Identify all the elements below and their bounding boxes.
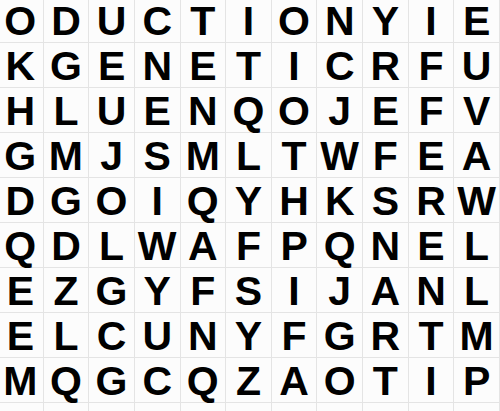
- grid-cell[interactable]: Q: [181, 178, 227, 223]
- cell-letter: C: [325, 46, 355, 87]
- grid-cell[interactable]: E: [0, 313, 44, 358]
- grid-cell[interactable]: T: [272, 133, 318, 178]
- grid-cell[interactable]: H: [0, 88, 44, 133]
- grid-cell[interactable]: D: [44, 0, 90, 43]
- grid-cell[interactable]: Y: [226, 178, 272, 223]
- grid-cell[interactable]: G: [44, 43, 90, 88]
- grid-cell[interactable]: V: [454, 88, 500, 133]
- grid-cell[interactable]: I: [409, 0, 455, 43]
- grid-cell[interactable]: W: [454, 178, 500, 223]
- cell-letter: U: [97, 1, 127, 42]
- grid-cell[interactable]: R: [363, 313, 409, 358]
- grid-cell[interactable]: O: [272, 88, 318, 133]
- grid-cell[interactable]: A: [363, 268, 409, 313]
- grid-cell[interactable]: L: [89, 223, 135, 268]
- cell-letter: S: [372, 181, 399, 222]
- word-search-board: ODUCTIONYIEKGENETICRFUHLUENQOJEFVGMJSMLT…: [0, 0, 500, 411]
- grid-cell[interactable]: F: [409, 88, 455, 133]
- cell-letter: K: [6, 46, 36, 87]
- cell-letter: F: [190, 271, 215, 312]
- grid-cell[interactable]: W: [317, 133, 363, 178]
- cell-letter: O: [96, 181, 128, 222]
- cell-letter: I: [288, 46, 299, 87]
- cell-letter: R: [371, 316, 401, 357]
- cell-letter: N: [142, 46, 172, 87]
- grid-cell[interactable]: N: [181, 88, 227, 133]
- cell-letter: E: [7, 316, 34, 357]
- cell-letter: L: [464, 271, 489, 312]
- grid-cell[interactable]: T: [181, 0, 227, 43]
- cell-letter: Q: [187, 181, 219, 222]
- cell-letter: F: [236, 226, 261, 267]
- cell-letter: D: [51, 226, 81, 267]
- cell-letter: E: [417, 226, 444, 267]
- grid-cell[interactable]: D: [0, 178, 44, 223]
- grid-cell[interactable]: A: [454, 133, 500, 178]
- cell-letter: I: [151, 181, 162, 222]
- grid-cell[interactable]: U: [89, 0, 135, 43]
- grid-cell[interactable]: L: [44, 313, 90, 358]
- cell-letter: W: [457, 181, 496, 222]
- grid-cell[interactable]: N: [135, 43, 181, 88]
- cell-letter: M: [186, 136, 220, 177]
- grid-cell[interactable]: G: [0, 133, 44, 178]
- cell-letter: Q: [4, 226, 36, 267]
- grid-cell[interactable]: P: [272, 223, 318, 268]
- grid-cell[interactable]: M: [44, 133, 90, 178]
- cell-letter: L: [236, 136, 261, 177]
- cell-letter: D: [51, 1, 81, 42]
- cell-letter: O: [4, 1, 36, 42]
- grid-cell[interactable]: A: [272, 358, 318, 403]
- cell-letter: Y: [372, 1, 399, 42]
- grid-cell[interactable]: L: [454, 223, 500, 268]
- grid-cell[interactable]: Q: [181, 358, 227, 403]
- grid-cell[interactable]: J: [89, 133, 135, 178]
- cell-letter: T: [418, 316, 443, 357]
- grid-cell[interactable]: R: [363, 43, 409, 88]
- grid-cell[interactable]: J: [317, 88, 363, 133]
- grid-cell[interactable]: L: [44, 88, 90, 133]
- grid-cell[interactable]: N: [363, 223, 409, 268]
- grid-cell[interactable]: F: [363, 133, 409, 178]
- cell-letter: G: [4, 136, 36, 177]
- cell-letter: S: [144, 136, 171, 177]
- grid-cell[interactable]: L: [454, 268, 500, 313]
- cell-letter: C: [142, 1, 172, 42]
- grid-cell[interactable]: I: [272, 268, 318, 313]
- grid-cell[interactable]: E: [363, 88, 409, 133]
- cell-letter: G: [50, 46, 82, 87]
- cell-letter: W: [320, 136, 359, 177]
- grid-cell[interactable]: K: [0, 43, 44, 88]
- grid-cell[interactable]: E: [0, 268, 44, 313]
- cell-letter: R: [371, 46, 401, 87]
- grid-cell[interactable]: O: [272, 0, 318, 43]
- grid-cell[interactable]: Y: [226, 313, 272, 358]
- grid-cell[interactable]: Q: [226, 88, 272, 133]
- grid-cell[interactable]: T: [363, 358, 409, 403]
- cell-letter: U: [142, 316, 172, 357]
- grid-cell[interactable]: W: [135, 223, 181, 268]
- cell-letter: R: [416, 181, 446, 222]
- grid-cell[interactable]: P: [454, 358, 500, 403]
- grid-cell[interactable]: C: [135, 358, 181, 403]
- grid-cell[interactable]: T: [409, 313, 455, 358]
- grid-cell[interactable]: S: [363, 178, 409, 223]
- grid-cell[interactable]: Q: [44, 358, 90, 403]
- grid-cell[interactable]: Z: [226, 358, 272, 403]
- cell-letter: J: [100, 136, 123, 177]
- cell-letter: L: [99, 226, 124, 267]
- cell-letter: E: [372, 91, 399, 132]
- cell-letter: T: [236, 46, 261, 87]
- cell-letter: F: [282, 316, 307, 357]
- grid-cell[interactable]: R: [409, 178, 455, 223]
- cell-letter: A: [279, 361, 309, 402]
- cell-letter: G: [50, 181, 82, 222]
- grid-cell[interactable]: C: [89, 313, 135, 358]
- cell-letter: N: [416, 271, 446, 312]
- cell-letter: M: [459, 316, 493, 357]
- cell-letter: G: [96, 271, 128, 312]
- cell-letter: J: [328, 91, 351, 132]
- grid-cell[interactable]: C: [317, 43, 363, 88]
- grid-cell[interactable]: C: [135, 0, 181, 43]
- cell-letter: J: [328, 271, 351, 312]
- grid-cell[interactable]: H: [272, 178, 318, 223]
- grid-cell[interactable]: E: [89, 43, 135, 88]
- cell-letter: O: [324, 361, 356, 402]
- cell-letter: F: [418, 91, 443, 132]
- cell-letter: W: [138, 226, 177, 267]
- grid-cell[interactable]: E: [181, 43, 227, 88]
- cell-letter: Q: [324, 226, 356, 267]
- cell-letter: E: [7, 271, 34, 312]
- grid-cell[interactable]: O: [0, 0, 44, 43]
- grid-cell[interactable]: I: [272, 43, 318, 88]
- cell-letter: A: [188, 226, 218, 267]
- grid-cell[interactable]: U: [89, 88, 135, 133]
- grid-cell[interactable]: N: [409, 268, 455, 313]
- cell-letter: T: [373, 361, 398, 402]
- cell-letter: G: [324, 316, 356, 357]
- cell-letter: P: [280, 226, 307, 267]
- grid-cell[interactable]: O: [89, 178, 135, 223]
- grid-cell[interactable]: F: [409, 43, 455, 88]
- grid-cell[interactable]: D: [44, 223, 90, 268]
- cell-letter: I: [243, 1, 254, 42]
- cell-letter: M: [49, 136, 83, 177]
- grid-cell[interactable]: S: [135, 133, 181, 178]
- cell-letter: G: [96, 361, 128, 402]
- grid-cell[interactable]: G: [89, 268, 135, 313]
- grid-cell[interactable]: J: [317, 268, 363, 313]
- cell-letter: Q: [187, 361, 219, 402]
- cell-letter: H: [6, 91, 36, 132]
- cell-letter: C: [97, 316, 127, 357]
- cell-letter: I: [288, 271, 299, 312]
- cell-letter: T: [190, 1, 215, 42]
- cell-letter: N: [188, 91, 218, 132]
- grid-cell[interactable]: E: [409, 223, 455, 268]
- grid-cell[interactable]: E: [409, 133, 455, 178]
- cell-letter: E: [189, 46, 216, 87]
- cell-letter: A: [462, 136, 492, 177]
- cell-letter: Y: [144, 271, 171, 312]
- grid-cell[interactable]: Q: [0, 223, 44, 268]
- grid-cell[interactable]: A: [181, 223, 227, 268]
- grid-cell[interactable]: S: [226, 268, 272, 313]
- cell-letter: U: [462, 46, 492, 87]
- cell-letter: F: [373, 136, 398, 177]
- cell-letter: I: [425, 1, 436, 42]
- cell-letter: K: [325, 181, 355, 222]
- grid-cell[interactable]: N: [317, 0, 363, 43]
- grid-cell[interactable]: O: [317, 358, 363, 403]
- grid-cell[interactable]: N: [181, 313, 227, 358]
- grid-cell[interactable]: Z: [44, 268, 90, 313]
- grid-cell[interactable]: F: [272, 313, 318, 358]
- grid-cell[interactable]: F: [226, 223, 272, 268]
- cell-letter: L: [53, 91, 78, 132]
- cell-letter: Z: [53, 271, 78, 312]
- grid-cell[interactable]: M: [0, 358, 44, 403]
- grid-cell[interactable]: M: [181, 133, 227, 178]
- cell-letter: U: [97, 91, 127, 132]
- grid-cell[interactable]: L: [226, 133, 272, 178]
- cell-letter: S: [235, 271, 262, 312]
- cell-letter: H: [279, 181, 309, 222]
- cell-letter: I: [425, 361, 436, 402]
- grid-cell[interactable]: Y: [135, 268, 181, 313]
- cell-letter: P: [463, 361, 490, 402]
- grid-cell[interactable]: I: [135, 178, 181, 223]
- grid-cell[interactable]: G: [89, 358, 135, 403]
- grid-cell[interactable]: I: [226, 0, 272, 43]
- cell-letter: O: [278, 1, 310, 42]
- cell-letter: N: [325, 1, 355, 42]
- cell-letter: D: [6, 181, 36, 222]
- cell-letter: E: [98, 46, 125, 87]
- cell-letter: Y: [235, 316, 262, 357]
- cell-letter: N: [371, 226, 401, 267]
- cell-letter: Y: [235, 181, 262, 222]
- cell-letter: Z: [236, 361, 261, 402]
- cell-letter: O: [278, 91, 310, 132]
- grid-cell[interactable]: Y: [363, 0, 409, 43]
- cell-letter: M: [3, 361, 37, 402]
- cell-letter: Q: [50, 361, 82, 402]
- cell-letter: T: [282, 136, 307, 177]
- grid-cell[interactable]: I: [409, 358, 455, 403]
- grid-cell[interactable]: E: [454, 0, 500, 43]
- cell-letter: E: [417, 136, 444, 177]
- cell-letter: N: [188, 316, 218, 357]
- grid-cell[interactable]: U: [454, 43, 500, 88]
- cell-letter: C: [142, 361, 172, 402]
- cell-letter: Q: [232, 91, 264, 132]
- grid-cell[interactable]: U: [135, 313, 181, 358]
- grid-cell[interactable]: F: [181, 268, 227, 313]
- cell-letter: L: [53, 316, 78, 357]
- cell-letter: A: [371, 271, 401, 312]
- grid-cell[interactable]: E: [135, 88, 181, 133]
- cell-letter: V: [463, 91, 490, 132]
- grid-cell[interactable]: Q: [317, 223, 363, 268]
- grid-cell[interactable]: M: [454, 313, 500, 358]
- grid-cell[interactable]: K: [317, 178, 363, 223]
- cell-letter: E: [144, 91, 171, 132]
- grid-cell[interactable]: G: [317, 313, 363, 358]
- cell-letter: L: [464, 226, 489, 267]
- grid-cell[interactable]: T: [226, 43, 272, 88]
- cell-letter: F: [418, 46, 443, 87]
- cell-letter: E: [463, 1, 490, 42]
- grid-cell[interactable]: G: [44, 178, 90, 223]
